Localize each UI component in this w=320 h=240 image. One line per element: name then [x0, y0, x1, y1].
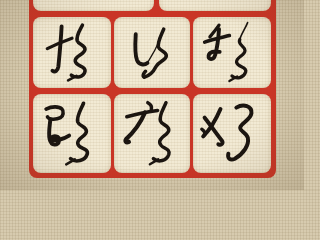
cursive-glyph-hao	[196, 97, 268, 170]
cursive-glyph-yi	[117, 20, 187, 85]
grid-cell-r1c2	[114, 17, 190, 88]
cursive-glyph-wu	[196, 20, 268, 85]
cursive-glyph-bao	[36, 20, 108, 85]
grid-cell-r2c2	[114, 94, 190, 173]
grid-cell-top-left-partial	[33, 0, 154, 11]
cursive-glyph-lv	[117, 97, 187, 170]
grid-cell-top-right-partial	[159, 0, 271, 11]
calligraphy-grid-panel	[29, 0, 276, 178]
grid-cell-r1c3	[193, 17, 271, 88]
fabric-background: { "scene": { "content_type": "Chinese cu…	[0, 0, 304, 190]
grid-cell-r2c3	[193, 94, 271, 173]
grid-cell-r1c1	[33, 17, 111, 88]
cursive-glyph-ye	[36, 97, 108, 170]
grid-cell-r2c1	[33, 94, 111, 173]
